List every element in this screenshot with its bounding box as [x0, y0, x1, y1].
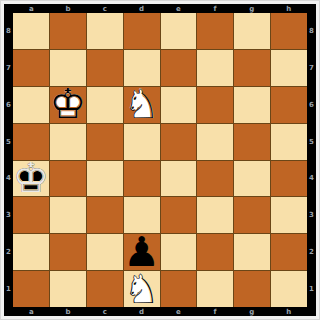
- rank-label-5: 5: [307, 123, 316, 160]
- square-f4[interactable]: [197, 161, 233, 197]
- square-a5[interactable]: [13, 124, 49, 160]
- chessboard-screenshot: abcdefgh abcdefgh 87654321 87654321 ♚♔♞♘…: [0, 0, 320, 320]
- board-grid: ♚♔♞♘♚♔♟♞♘: [13, 13, 307, 307]
- square-d8[interactable]: [124, 13, 160, 49]
- file-labels-top: abcdefgh: [13, 4, 307, 13]
- square-f7[interactable]: [197, 50, 233, 86]
- rank-label-8: 8: [4, 13, 13, 50]
- square-e4[interactable]: [161, 161, 197, 197]
- square-f2[interactable]: [197, 234, 233, 270]
- square-h7[interactable]: [271, 50, 307, 86]
- rank-labels-left: 87654321: [4, 13, 13, 307]
- file-labels-bottom: abcdefgh: [13, 307, 307, 316]
- square-g5[interactable]: [234, 124, 270, 160]
- square-b2[interactable]: [50, 234, 86, 270]
- file-label-h: h: [270, 307, 307, 316]
- square-g7[interactable]: [234, 50, 270, 86]
- square-a8[interactable]: [13, 13, 49, 49]
- square-b6[interactable]: ♚♔: [50, 87, 86, 123]
- square-f6[interactable]: [197, 87, 233, 123]
- file-label-b: b: [50, 4, 87, 13]
- file-label-e: e: [160, 4, 197, 13]
- square-e8[interactable]: [161, 13, 197, 49]
- square-a7[interactable]: [13, 50, 49, 86]
- square-b7[interactable]: [50, 50, 86, 86]
- square-c2[interactable]: [87, 234, 123, 270]
- file-label-e: e: [160, 307, 197, 316]
- square-f1[interactable]: [197, 271, 233, 307]
- square-b1[interactable]: [50, 271, 86, 307]
- file-label-g: g: [234, 4, 271, 13]
- square-g6[interactable]: [234, 87, 270, 123]
- square-c6[interactable]: [87, 87, 123, 123]
- square-b5[interactable]: [50, 124, 86, 160]
- square-c1[interactable]: [87, 271, 123, 307]
- rank-label-1: 1: [4, 270, 13, 307]
- file-label-f: f: [197, 307, 234, 316]
- piece-glyph: ♔: [50, 87, 86, 123]
- square-h6[interactable]: [271, 87, 307, 123]
- square-b3[interactable]: [50, 197, 86, 233]
- square-h4[interactable]: [271, 161, 307, 197]
- rank-label-3: 3: [4, 197, 13, 234]
- piece-glyph: ♚: [50, 87, 86, 123]
- piece-glyph: ♟: [124, 234, 160, 270]
- square-h8[interactable]: [271, 13, 307, 49]
- square-c7[interactable]: [87, 50, 123, 86]
- square-c4[interactable]: [87, 161, 123, 197]
- square-d5[interactable]: [124, 124, 160, 160]
- rank-label-1: 1: [307, 270, 316, 307]
- piece-black-pawn[interactable]: ♟: [124, 234, 160, 270]
- square-a2[interactable]: [13, 234, 49, 270]
- square-a3[interactable]: [13, 197, 49, 233]
- square-g1[interactable]: [234, 271, 270, 307]
- square-e1[interactable]: [161, 271, 197, 307]
- rank-label-7: 7: [4, 50, 13, 87]
- square-c5[interactable]: [87, 124, 123, 160]
- square-f8[interactable]: [197, 13, 233, 49]
- square-d2[interactable]: ♟: [124, 234, 160, 270]
- square-e7[interactable]: [161, 50, 197, 86]
- rank-label-2: 2: [307, 234, 316, 271]
- square-d6[interactable]: ♞♘: [124, 87, 160, 123]
- square-a6[interactable]: [13, 87, 49, 123]
- square-e3[interactable]: [161, 197, 197, 233]
- square-e2[interactable]: [161, 234, 197, 270]
- square-h3[interactable]: [271, 197, 307, 233]
- piece-glyph: ♘: [124, 271, 160, 307]
- square-f3[interactable]: [197, 197, 233, 233]
- square-c8[interactable]: [87, 13, 123, 49]
- file-label-d: d: [123, 4, 160, 13]
- square-h2[interactable]: [271, 234, 307, 270]
- square-e6[interactable]: [161, 87, 197, 123]
- piece-white-knight[interactable]: ♞♘: [124, 87, 160, 123]
- square-d7[interactable]: [124, 50, 160, 86]
- file-label-a: a: [13, 307, 50, 316]
- rank-labels-right: 87654321: [307, 13, 316, 307]
- piece-glyph: ♚: [13, 161, 49, 197]
- file-label-h: h: [270, 4, 307, 13]
- piece-white-knight[interactable]: ♞♘: [124, 271, 160, 307]
- file-label-f: f: [197, 4, 234, 13]
- piece-glyph: ♔: [13, 161, 49, 197]
- square-d1[interactable]: ♞♘: [124, 271, 160, 307]
- piece-glyph: ♘: [124, 87, 160, 123]
- square-g4[interactable]: [234, 161, 270, 197]
- square-g2[interactable]: [234, 234, 270, 270]
- square-g8[interactable]: [234, 13, 270, 49]
- rank-label-4: 4: [4, 160, 13, 197]
- square-g3[interactable]: [234, 197, 270, 233]
- file-label-c: c: [87, 4, 124, 13]
- file-label-g: g: [234, 307, 271, 316]
- rank-label-2: 2: [4, 234, 13, 271]
- square-h1[interactable]: [271, 271, 307, 307]
- square-a1[interactable]: [13, 271, 49, 307]
- square-h5[interactable]: [271, 124, 307, 160]
- file-label-c: c: [87, 307, 124, 316]
- rank-label-4: 4: [307, 160, 316, 197]
- piece-black-king[interactable]: ♚♔: [13, 161, 49, 197]
- square-b8[interactable]: [50, 13, 86, 49]
- square-c3[interactable]: [87, 197, 123, 233]
- square-a4[interactable]: ♚♔: [13, 161, 49, 197]
- rank-label-3: 3: [307, 197, 316, 234]
- rank-label-6: 6: [4, 87, 13, 124]
- square-d3[interactable]: [124, 197, 160, 233]
- file-label-b: b: [50, 307, 87, 316]
- square-f5[interactable]: [197, 124, 233, 160]
- file-label-d: d: [123, 307, 160, 316]
- rank-label-8: 8: [307, 13, 316, 50]
- square-b4[interactable]: [50, 161, 86, 197]
- rank-label-6: 6: [307, 87, 316, 124]
- rank-label-5: 5: [4, 123, 13, 160]
- piece-white-king[interactable]: ♚♔: [50, 87, 86, 123]
- rank-label-7: 7: [307, 50, 316, 87]
- square-e5[interactable]: [161, 124, 197, 160]
- piece-glyph: ♞: [124, 271, 160, 307]
- piece-glyph: ♞: [124, 87, 160, 123]
- file-label-a: a: [13, 4, 50, 13]
- square-d4[interactable]: [124, 161, 160, 197]
